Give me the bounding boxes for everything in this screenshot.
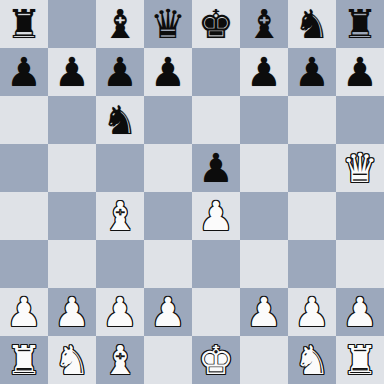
square-g6[interactable] (288, 96, 336, 144)
square-b6[interactable] (48, 96, 96, 144)
square-c2[interactable]: ♟ (96, 288, 144, 336)
square-e7[interactable] (192, 48, 240, 96)
square-f6[interactable] (240, 96, 288, 144)
square-a1[interactable]: ♜ (0, 336, 48, 384)
square-f4[interactable] (240, 192, 288, 240)
piece-black-queen[interactable]: ♛ (144, 0, 192, 48)
square-g2[interactable]: ♟ (288, 288, 336, 336)
piece-black-pawn[interactable]: ♟ (336, 48, 384, 96)
square-c8[interactable]: ♝ (96, 0, 144, 48)
square-e6[interactable] (192, 96, 240, 144)
square-d2[interactable]: ♟ (144, 288, 192, 336)
square-d6[interactable] (144, 96, 192, 144)
square-f2[interactable]: ♟ (240, 288, 288, 336)
square-f1[interactable] (240, 336, 288, 384)
piece-white-king[interactable]: ♚ (192, 336, 240, 384)
square-g3[interactable] (288, 240, 336, 288)
square-g4[interactable] (288, 192, 336, 240)
square-a4[interactable] (0, 192, 48, 240)
square-d4[interactable] (144, 192, 192, 240)
square-b2[interactable]: ♟ (48, 288, 96, 336)
square-d5[interactable] (144, 144, 192, 192)
square-a5[interactable] (0, 144, 48, 192)
square-e1[interactable]: ♚ (192, 336, 240, 384)
piece-white-pawn[interactable]: ♟ (288, 288, 336, 336)
piece-black-bishop[interactable]: ♝ (96, 0, 144, 48)
piece-white-pawn[interactable]: ♟ (192, 192, 240, 240)
square-c6[interactable]: ♞ (96, 96, 144, 144)
piece-black-pawn[interactable]: ♟ (192, 144, 240, 192)
square-b8[interactable] (48, 0, 96, 48)
square-h6[interactable] (336, 96, 384, 144)
square-c4[interactable]: ♝ (96, 192, 144, 240)
piece-black-king[interactable]: ♚ (192, 0, 240, 48)
piece-black-bishop[interactable]: ♝ (240, 0, 288, 48)
square-g5[interactable] (288, 144, 336, 192)
square-d8[interactable]: ♛ (144, 0, 192, 48)
piece-black-pawn[interactable]: ♟ (96, 48, 144, 96)
piece-white-pawn[interactable]: ♟ (144, 288, 192, 336)
square-h2[interactable]: ♟ (336, 288, 384, 336)
square-c7[interactable]: ♟ (96, 48, 144, 96)
piece-black-rook[interactable]: ♜ (336, 0, 384, 48)
square-e3[interactable] (192, 240, 240, 288)
piece-black-pawn[interactable]: ♟ (240, 48, 288, 96)
square-f5[interactable] (240, 144, 288, 192)
square-e4[interactable]: ♟ (192, 192, 240, 240)
piece-white-pawn[interactable]: ♟ (0, 288, 48, 336)
square-h4[interactable] (336, 192, 384, 240)
square-f8[interactable]: ♝ (240, 0, 288, 48)
chess-board: ♜♝♛♚♝♞♜♟♟♟♟♟♟♟♞♟♛♝♟♟♟♟♟♟♟♟♜♞♝♚♞♜ (0, 0, 384, 384)
square-a3[interactable] (0, 240, 48, 288)
square-e8[interactable]: ♚ (192, 0, 240, 48)
piece-white-rook[interactable]: ♜ (0, 336, 48, 384)
square-d1[interactable] (144, 336, 192, 384)
square-d3[interactable] (144, 240, 192, 288)
piece-black-pawn[interactable]: ♟ (144, 48, 192, 96)
piece-black-knight[interactable]: ♞ (288, 0, 336, 48)
square-a6[interactable] (0, 96, 48, 144)
square-h1[interactable]: ♜ (336, 336, 384, 384)
square-e5[interactable]: ♟ (192, 144, 240, 192)
square-c3[interactable] (96, 240, 144, 288)
piece-white-pawn[interactable]: ♟ (48, 288, 96, 336)
piece-white-knight[interactable]: ♞ (48, 336, 96, 384)
piece-black-pawn[interactable]: ♟ (288, 48, 336, 96)
square-c5[interactable] (96, 144, 144, 192)
square-h3[interactable] (336, 240, 384, 288)
square-f3[interactable] (240, 240, 288, 288)
square-f7[interactable]: ♟ (240, 48, 288, 96)
piece-white-pawn[interactable]: ♟ (240, 288, 288, 336)
square-a7[interactable]: ♟ (0, 48, 48, 96)
piece-white-pawn[interactable]: ♟ (96, 288, 144, 336)
square-a8[interactable]: ♜ (0, 0, 48, 48)
square-d7[interactable]: ♟ (144, 48, 192, 96)
piece-black-rook[interactable]: ♜ (0, 0, 48, 48)
square-g8[interactable]: ♞ (288, 0, 336, 48)
piece-white-bishop[interactable]: ♝ (96, 336, 144, 384)
square-g7[interactable]: ♟ (288, 48, 336, 96)
square-h7[interactable]: ♟ (336, 48, 384, 96)
square-h5[interactable]: ♛ (336, 144, 384, 192)
square-b4[interactable] (48, 192, 96, 240)
square-e2[interactable] (192, 288, 240, 336)
square-h8[interactable]: ♜ (336, 0, 384, 48)
piece-white-knight[interactable]: ♞ (288, 336, 336, 384)
piece-white-queen[interactable]: ♛ (336, 144, 384, 192)
piece-white-rook[interactable]: ♜ (336, 336, 384, 384)
square-b1[interactable]: ♞ (48, 336, 96, 384)
square-b3[interactable] (48, 240, 96, 288)
piece-white-pawn[interactable]: ♟ (336, 288, 384, 336)
square-a2[interactable]: ♟ (0, 288, 48, 336)
square-c1[interactable]: ♝ (96, 336, 144, 384)
square-b5[interactable] (48, 144, 96, 192)
piece-black-pawn[interactable]: ♟ (0, 48, 48, 96)
square-b7[interactable]: ♟ (48, 48, 96, 96)
piece-white-bishop[interactable]: ♝ (96, 192, 144, 240)
piece-black-knight[interactable]: ♞ (96, 96, 144, 144)
piece-black-pawn[interactable]: ♟ (48, 48, 96, 96)
square-g1[interactable]: ♞ (288, 336, 336, 384)
